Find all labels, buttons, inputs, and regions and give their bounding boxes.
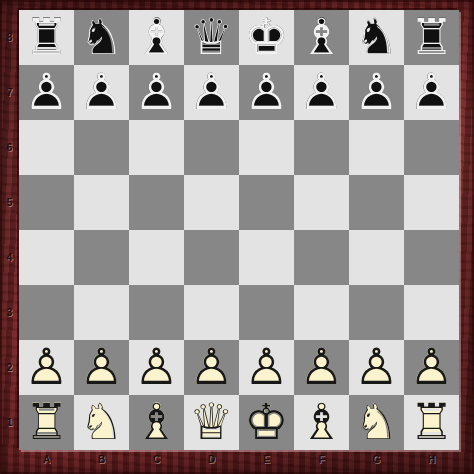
piece-black-king[interactable]: ♚♔ bbox=[239, 10, 294, 65]
square-c1[interactable]: ♝♗ bbox=[129, 395, 184, 450]
piece-outline-glyph: ♙ bbox=[349, 65, 404, 120]
rank-label-2: 2 bbox=[0, 340, 19, 395]
square-f7[interactable]: ♟♙ bbox=[294, 65, 349, 120]
piece-fill-glyph: ♞ bbox=[74, 395, 129, 450]
square-f2[interactable]: ♟♙ bbox=[294, 340, 349, 395]
square-e4[interactable] bbox=[239, 230, 294, 285]
square-a3[interactable] bbox=[19, 285, 74, 340]
square-e2[interactable]: ♟♙ bbox=[239, 340, 294, 395]
square-f1[interactable]: ♝♗ bbox=[294, 395, 349, 450]
piece-white-pawn[interactable]: ♟♙ bbox=[404, 340, 459, 395]
square-e3[interactable] bbox=[239, 285, 294, 340]
piece-fill-glyph: ♝ bbox=[129, 395, 184, 450]
square-a8[interactable]: ♜♖ bbox=[19, 10, 74, 65]
piece-white-pawn[interactable]: ♟♙ bbox=[349, 340, 404, 395]
file-label-e: E bbox=[239, 450, 294, 465]
square-h7[interactable]: ♟♙ bbox=[404, 65, 459, 120]
piece-white-pawn[interactable]: ♟♙ bbox=[239, 340, 294, 395]
square-e1[interactable]: ♚♔ bbox=[239, 395, 294, 450]
rank-label-7: 7 bbox=[0, 65, 19, 120]
piece-fill-glyph: ♟ bbox=[239, 340, 294, 395]
piece-fill-glyph: ♜ bbox=[404, 10, 459, 65]
piece-outline-glyph: ♘ bbox=[74, 395, 129, 450]
piece-outline-glyph: ♙ bbox=[349, 340, 404, 395]
square-d5[interactable] bbox=[184, 175, 239, 230]
piece-outline-glyph: ♖ bbox=[404, 395, 459, 450]
square-h2[interactable]: ♟♙ bbox=[404, 340, 459, 395]
piece-fill-glyph: ♟ bbox=[404, 65, 459, 120]
piece-outline-glyph: ♗ bbox=[129, 395, 184, 450]
piece-fill-glyph: ♟ bbox=[129, 65, 184, 120]
piece-fill-glyph: ♟ bbox=[74, 340, 129, 395]
square-d3[interactable] bbox=[184, 285, 239, 340]
rank-label-8: 8 bbox=[0, 10, 19, 65]
piece-black-rook[interactable]: ♜♖ bbox=[404, 10, 459, 65]
piece-outline-glyph: ♙ bbox=[184, 340, 239, 395]
piece-white-pawn[interactable]: ♟♙ bbox=[184, 340, 239, 395]
piece-fill-glyph: ♞ bbox=[349, 10, 404, 65]
piece-fill-glyph: ♟ bbox=[129, 340, 184, 395]
piece-outline-glyph: ♘ bbox=[349, 395, 404, 450]
square-c6[interactable] bbox=[129, 120, 184, 175]
piece-outline-glyph: ♙ bbox=[129, 65, 184, 120]
square-f5[interactable] bbox=[294, 175, 349, 230]
square-f6[interactable] bbox=[294, 120, 349, 175]
square-g4[interactable] bbox=[349, 230, 404, 285]
piece-fill-glyph: ♜ bbox=[19, 10, 74, 65]
piece-outline-glyph: ♗ bbox=[129, 10, 184, 65]
square-a6[interactable] bbox=[19, 120, 74, 175]
square-b7[interactable]: ♟♙ bbox=[74, 65, 129, 120]
square-a5[interactable] bbox=[19, 175, 74, 230]
piece-outline-glyph: ♔ bbox=[239, 395, 294, 450]
piece-outline-glyph: ♙ bbox=[74, 65, 129, 120]
piece-outline-glyph: ♙ bbox=[239, 340, 294, 395]
piece-fill-glyph: ♟ bbox=[184, 65, 239, 120]
rank-labels: 87654321 bbox=[0, 10, 19, 450]
piece-fill-glyph: ♛ bbox=[184, 395, 239, 450]
square-b5[interactable] bbox=[74, 175, 129, 230]
square-c8[interactable]: ♝♗ bbox=[129, 10, 184, 65]
square-a2[interactable]: ♟♙ bbox=[19, 340, 74, 395]
square-g6[interactable] bbox=[349, 120, 404, 175]
piece-white-bishop[interactable]: ♝♗ bbox=[129, 395, 184, 450]
square-e6[interactable] bbox=[239, 120, 294, 175]
piece-fill-glyph: ♟ bbox=[74, 65, 129, 120]
piece-fill-glyph: ♞ bbox=[349, 395, 404, 450]
piece-fill-glyph: ♟ bbox=[349, 65, 404, 120]
piece-black-pawn[interactable]: ♟♙ bbox=[349, 65, 404, 120]
piece-outline-glyph: ♕ bbox=[184, 10, 239, 65]
square-h6[interactable] bbox=[404, 120, 459, 175]
file-label-d: D bbox=[184, 450, 239, 465]
square-b6[interactable] bbox=[74, 120, 129, 175]
square-c5[interactable] bbox=[129, 175, 184, 230]
piece-white-pawn[interactable]: ♟♙ bbox=[74, 340, 129, 395]
piece-outline-glyph: ♘ bbox=[349, 10, 404, 65]
piece-fill-glyph: ♟ bbox=[19, 340, 74, 395]
piece-white-knight[interactable]: ♞♘ bbox=[349, 395, 404, 450]
piece-white-rook[interactable]: ♜♖ bbox=[404, 395, 459, 450]
piece-white-pawn[interactable]: ♟♙ bbox=[294, 340, 349, 395]
piece-white-rook[interactable]: ♜♖ bbox=[19, 395, 74, 450]
piece-fill-glyph: ♝ bbox=[294, 10, 349, 65]
rank-label-6: 6 bbox=[0, 120, 19, 175]
square-g2[interactable]: ♟♙ bbox=[349, 340, 404, 395]
piece-black-pawn[interactable]: ♟♙ bbox=[239, 65, 294, 120]
chessboard-window: 87654321 ABCDEFGH ♜♖♞♘♝♗♛♕♚♔♝♗♞♘♜♖♟♙♟♙♟♙… bbox=[0, 0, 474, 474]
piece-black-pawn[interactable]: ♟♙ bbox=[184, 65, 239, 120]
piece-white-bishop[interactable]: ♝♗ bbox=[294, 395, 349, 450]
piece-outline-glyph: ♘ bbox=[74, 10, 129, 65]
piece-fill-glyph: ♜ bbox=[404, 395, 459, 450]
square-g7[interactable]: ♟♙ bbox=[349, 65, 404, 120]
piece-outline-glyph: ♕ bbox=[184, 395, 239, 450]
piece-fill-glyph: ♝ bbox=[294, 395, 349, 450]
file-label-a: A bbox=[19, 450, 74, 465]
piece-fill-glyph: ♜ bbox=[19, 395, 74, 450]
piece-outline-glyph: ♙ bbox=[74, 340, 129, 395]
piece-outline-glyph: ♖ bbox=[19, 10, 74, 65]
square-c4[interactable] bbox=[129, 230, 184, 285]
piece-black-knight[interactable]: ♞♘ bbox=[74, 10, 129, 65]
piece-black-pawn[interactable]: ♟♙ bbox=[74, 65, 129, 120]
rank-label-4: 4 bbox=[0, 230, 19, 285]
square-e8[interactable]: ♚♔ bbox=[239, 10, 294, 65]
square-h1[interactable]: ♜♖ bbox=[404, 395, 459, 450]
square-g8[interactable]: ♞♘ bbox=[349, 10, 404, 65]
square-e7[interactable]: ♟♙ bbox=[239, 65, 294, 120]
piece-fill-glyph: ♟ bbox=[184, 340, 239, 395]
piece-fill-glyph: ♟ bbox=[404, 340, 459, 395]
square-b1[interactable]: ♞♘ bbox=[74, 395, 129, 450]
file-label-h: H bbox=[404, 450, 459, 465]
square-h8[interactable]: ♜♖ bbox=[404, 10, 459, 65]
piece-white-queen[interactable]: ♛♕ bbox=[184, 395, 239, 450]
piece-fill-glyph: ♟ bbox=[239, 65, 294, 120]
piece-outline-glyph: ♗ bbox=[294, 395, 349, 450]
piece-outline-glyph: ♙ bbox=[294, 340, 349, 395]
piece-white-king[interactable]: ♚♔ bbox=[239, 395, 294, 450]
piece-outline-glyph: ♙ bbox=[294, 65, 349, 120]
square-b4[interactable] bbox=[74, 230, 129, 285]
piece-outline-glyph: ♙ bbox=[404, 340, 459, 395]
piece-outline-glyph: ♙ bbox=[404, 65, 459, 120]
piece-outline-glyph: ♙ bbox=[19, 340, 74, 395]
piece-black-pawn[interactable]: ♟♙ bbox=[404, 65, 459, 120]
file-label-c: C bbox=[129, 450, 184, 465]
square-b2[interactable]: ♟♙ bbox=[74, 340, 129, 395]
square-f8[interactable]: ♝♗ bbox=[294, 10, 349, 65]
square-a4[interactable] bbox=[19, 230, 74, 285]
piece-outline-glyph: ♗ bbox=[294, 10, 349, 65]
file-labels: ABCDEFGH bbox=[19, 450, 459, 474]
square-b3[interactable] bbox=[74, 285, 129, 340]
piece-outline-glyph: ♖ bbox=[19, 395, 74, 450]
piece-black-pawn[interactable]: ♟♙ bbox=[129, 65, 184, 120]
square-d4[interactable] bbox=[184, 230, 239, 285]
square-d8[interactable]: ♛♕ bbox=[184, 10, 239, 65]
piece-fill-glyph: ♝ bbox=[129, 10, 184, 65]
piece-fill-glyph: ♛ bbox=[184, 10, 239, 65]
square-g5[interactable] bbox=[349, 175, 404, 230]
square-d1[interactable]: ♛♕ bbox=[184, 395, 239, 450]
square-e5[interactable] bbox=[239, 175, 294, 230]
square-h5[interactable] bbox=[404, 175, 459, 230]
file-label-b: B bbox=[74, 450, 129, 465]
piece-outline-glyph: ♙ bbox=[239, 65, 294, 120]
piece-white-knight[interactable]: ♞♘ bbox=[74, 395, 129, 450]
piece-outline-glyph: ♙ bbox=[129, 340, 184, 395]
piece-fill-glyph: ♟ bbox=[294, 340, 349, 395]
square-c2[interactable]: ♟♙ bbox=[129, 340, 184, 395]
file-label-f: F bbox=[294, 450, 349, 465]
piece-outline-glyph: ♖ bbox=[404, 10, 459, 65]
piece-fill-glyph: ♟ bbox=[349, 340, 404, 395]
square-f4[interactable] bbox=[294, 230, 349, 285]
piece-black-knight[interactable]: ♞♘ bbox=[349, 10, 404, 65]
piece-outline-glyph: ♙ bbox=[19, 65, 74, 120]
square-h4[interactable] bbox=[404, 230, 459, 285]
piece-white-pawn[interactable]: ♟♙ bbox=[129, 340, 184, 395]
square-c7[interactable]: ♟♙ bbox=[129, 65, 184, 120]
chess-board: ♜♖♞♘♝♗♛♕♚♔♝♗♞♘♜♖♟♙♟♙♟♙♟♙♟♙♟♙♟♙♟♙♟♙♟♙♟♙♟♙… bbox=[19, 10, 459, 450]
piece-black-pawn[interactable]: ♟♙ bbox=[294, 65, 349, 120]
square-f3[interactable] bbox=[294, 285, 349, 340]
piece-black-rook[interactable]: ♜♖ bbox=[19, 10, 74, 65]
piece-fill-glyph: ♟ bbox=[294, 65, 349, 120]
square-g1[interactable]: ♞♘ bbox=[349, 395, 404, 450]
piece-white-pawn[interactable]: ♟♙ bbox=[19, 340, 74, 395]
piece-fill-glyph: ♚ bbox=[239, 10, 294, 65]
piece-black-queen[interactable]: ♛♕ bbox=[184, 10, 239, 65]
piece-outline-glyph: ♙ bbox=[184, 65, 239, 120]
piece-black-bishop[interactable]: ♝♗ bbox=[294, 10, 349, 65]
square-d2[interactable]: ♟♙ bbox=[184, 340, 239, 395]
piece-fill-glyph: ♟ bbox=[19, 65, 74, 120]
piece-fill-glyph: ♞ bbox=[74, 10, 129, 65]
square-d6[interactable] bbox=[184, 120, 239, 175]
rank-label-5: 5 bbox=[0, 175, 19, 230]
piece-fill-glyph: ♚ bbox=[239, 395, 294, 450]
piece-outline-glyph: ♔ bbox=[239, 10, 294, 65]
square-h3[interactable] bbox=[404, 285, 459, 340]
piece-black-pawn[interactable]: ♟♙ bbox=[19, 65, 74, 120]
square-g3[interactable] bbox=[349, 285, 404, 340]
rank-label-3: 3 bbox=[0, 285, 19, 340]
square-d7[interactable]: ♟♙ bbox=[184, 65, 239, 120]
square-c3[interactable] bbox=[129, 285, 184, 340]
square-a1[interactable]: ♜♖ bbox=[19, 395, 74, 450]
square-a7[interactable]: ♟♙ bbox=[19, 65, 74, 120]
file-label-g: G bbox=[349, 450, 404, 465]
piece-black-bishop[interactable]: ♝♗ bbox=[129, 10, 184, 65]
rank-label-1: 1 bbox=[0, 395, 19, 450]
square-b8[interactable]: ♞♘ bbox=[74, 10, 129, 65]
